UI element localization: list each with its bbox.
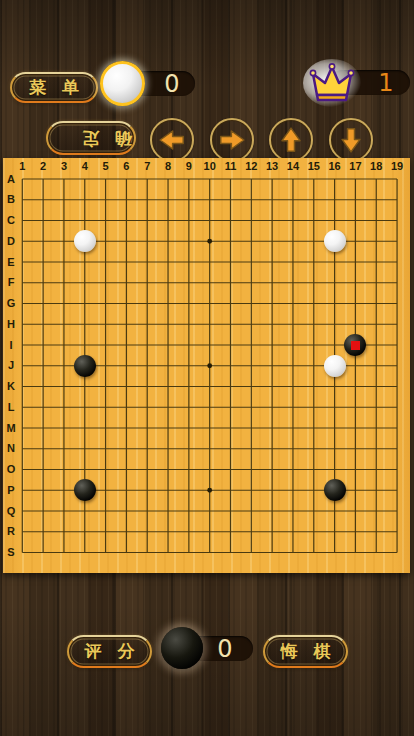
level-count: 1 [366, 70, 406, 96]
row-label: G [4, 297, 18, 310]
column-label: 10 [202, 160, 218, 173]
column-label: 16 [327, 160, 343, 173]
column-label: 7 [139, 160, 155, 173]
black-stone [74, 355, 96, 377]
app-screen: 菜单 0 1 确定 1234567891011121314151617 [0, 0, 414, 736]
row-label: J [4, 359, 18, 372]
nav-left-button[interactable] [150, 118, 194, 162]
row-label: E [4, 256, 18, 269]
white-stone [324, 355, 346, 377]
column-label: 5 [98, 160, 114, 173]
black-stone [74, 479, 96, 501]
row-label: A [4, 173, 18, 186]
white-player-stone-indicator [100, 61, 145, 106]
column-label: 1 [14, 160, 30, 173]
column-label: 3 [56, 160, 72, 173]
arrow-up-icon [276, 125, 306, 155]
arrow-left-icon [157, 125, 187, 155]
nav-up-button[interactable] [269, 118, 313, 162]
last-move-marker [351, 341, 360, 350]
column-label: 13 [264, 160, 280, 173]
black-player-stone-indicator [161, 627, 203, 669]
row-label: C [4, 214, 18, 227]
nav-right-button[interactable] [210, 118, 254, 162]
black-stone [324, 479, 346, 501]
board-grid [3, 158, 410, 573]
row-label: P [4, 484, 18, 497]
star-point [207, 488, 212, 493]
confirm-button-label: 确定 [66, 127, 132, 150]
nav-down-button[interactable] [329, 118, 373, 162]
confirm-button[interactable]: 确定 [46, 121, 136, 155]
row-label: M [4, 422, 18, 435]
white-stone [324, 230, 346, 252]
column-label: 18 [368, 160, 384, 173]
row-label: O [4, 463, 18, 476]
arrow-right-icon [217, 125, 247, 155]
row-label: H [4, 318, 18, 331]
row-label: F [4, 276, 18, 289]
crown-icon [308, 62, 356, 104]
column-label: 2 [35, 160, 51, 173]
white-stone [74, 230, 96, 252]
star-point [207, 239, 212, 244]
column-label: 17 [347, 160, 363, 173]
row-label: D [4, 235, 18, 248]
row-label: L [4, 401, 18, 414]
white-captures-count: 0 [152, 71, 192, 97]
score-button[interactable]: 评分 [67, 635, 152, 668]
column-label: 14 [285, 160, 301, 173]
column-label: 6 [118, 160, 134, 173]
go-board[interactable]: 12345678910111213141516171819ABCDEFGHIJK… [3, 158, 410, 573]
undo-button[interactable]: 悔棋 [263, 635, 348, 668]
menu-button[interactable]: 菜单 [10, 72, 98, 103]
row-label: N [4, 442, 18, 455]
row-label: I [4, 339, 18, 352]
column-label: 12 [243, 160, 259, 173]
row-label: R [4, 525, 18, 538]
star-point [207, 363, 212, 368]
menu-button-label: 菜单 [29, 76, 95, 99]
undo-button-label: 悔棋 [281, 640, 347, 663]
row-label: S [4, 546, 18, 559]
row-label: B [4, 193, 18, 206]
column-label: 4 [77, 160, 93, 173]
score-button-label: 评分 [85, 640, 151, 663]
column-label: 9 [181, 160, 197, 173]
arrow-down-icon [336, 125, 366, 155]
column-label: 8 [160, 160, 176, 173]
row-label: Q [4, 505, 18, 518]
row-label: K [4, 380, 18, 393]
column-label: 15 [306, 160, 322, 173]
black-captures-count: 0 [205, 636, 245, 662]
column-label: 11 [223, 160, 239, 173]
column-label: 19 [389, 160, 405, 173]
